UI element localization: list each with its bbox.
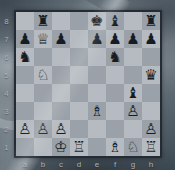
square-g7[interactable]: ♟ [124,30,142,48]
square-b5[interactable]: ♘ [34,66,52,84]
file-label-d: d [70,158,88,170]
square-c8[interactable] [52,12,70,30]
square-b4[interactable] [34,84,52,102]
rank-label-8: 8 [0,12,13,30]
black-pawn-piece: ♟ [144,30,157,48]
rank-labels: 87654321 [0,12,13,156]
square-g5[interactable] [124,66,142,84]
square-a8[interactable] [16,12,34,30]
chess-diagram-screenshot: 87654321 ♜♚♝♜♟♕♟♟♟♟♟♞♞♘♛♝♗♙♙♙♙♙♔♖♗♘♖ abc… [0,0,175,170]
rank-label-1: 1 [0,138,13,156]
white-pawn-piece: ♙ [18,120,31,138]
square-g2[interactable] [124,120,142,138]
white-bishop-piece: ♗ [90,102,103,120]
rank-label-7: 7 [0,30,13,48]
black-pawn-piece: ♟ [18,30,31,48]
square-b3[interactable] [34,102,52,120]
black-bishop-piece: ♝ [108,12,121,30]
square-g6[interactable] [124,48,142,66]
square-h3[interactable] [142,102,160,120]
square-h7[interactable]: ♟ [142,30,160,48]
square-b2[interactable]: ♙ [34,120,52,138]
square-f1[interactable]: ♗ [106,138,124,156]
square-h8[interactable]: ♜ [142,12,160,30]
file-label-a: a [16,158,34,170]
black-rook-piece: ♜ [144,12,157,30]
square-d3[interactable] [70,102,88,120]
black-bishop-piece: ♝ [126,84,139,102]
square-h5[interactable]: ♛ [142,66,160,84]
file-label-h: h [142,158,160,170]
square-a5[interactable] [16,66,34,84]
square-c1[interactable]: ♔ [52,138,70,156]
square-a3[interactable] [16,102,34,120]
file-labels: abcdefgh [16,158,160,170]
square-b6[interactable] [34,48,52,66]
square-d4[interactable] [70,84,88,102]
square-c4[interactable] [52,84,70,102]
square-h6[interactable] [142,48,160,66]
white-knight-piece: ♘ [126,138,139,156]
square-e4[interactable] [88,84,106,102]
white-rook-piece: ♖ [144,138,157,156]
file-label-e: e [88,158,106,170]
square-h2[interactable]: ♙ [142,120,160,138]
rank-label-3: 3 [0,102,13,120]
black-pawn-piece: ♟ [90,30,103,48]
square-d1[interactable]: ♖ [70,138,88,156]
square-e8[interactable]: ♚ [88,12,106,30]
white-rook-piece: ♖ [72,138,85,156]
square-f6[interactable]: ♞ [106,48,124,66]
square-f3[interactable] [106,102,124,120]
rank-label-6: 6 [0,48,13,66]
square-d2[interactable] [70,120,88,138]
black-king-piece: ♚ [90,12,103,30]
square-d7[interactable] [70,30,88,48]
square-b7[interactable]: ♕ [34,30,52,48]
white-bishop-piece: ♗ [108,138,121,156]
black-pawn-piece: ♟ [54,30,67,48]
black-queen-piece: ♛ [144,66,157,84]
black-pawn-piece: ♟ [126,30,139,48]
square-e3[interactable]: ♗ [88,102,106,120]
white-king-piece: ♔ [54,138,67,156]
square-e5[interactable] [88,66,106,84]
square-g4[interactable]: ♝ [124,84,142,102]
square-e6[interactable] [88,48,106,66]
square-c2[interactable]: ♙ [52,120,70,138]
square-g1[interactable]: ♘ [124,138,142,156]
square-g8[interactable] [124,12,142,30]
white-knight-piece: ♘ [36,66,49,84]
white-pawn-piece: ♙ [54,120,67,138]
square-c7[interactable]: ♟ [52,30,70,48]
square-b1[interactable] [34,138,52,156]
square-a4[interactable] [16,84,34,102]
square-c3[interactable] [52,102,70,120]
white-pawn-piece: ♙ [144,120,157,138]
white-pawn-piece: ♙ [126,102,139,120]
white-queen-piece: ♕ [36,30,49,48]
square-f4[interactable] [106,84,124,102]
square-f7[interactable]: ♟ [106,30,124,48]
rank-label-5: 5 [0,66,13,84]
file-label-f: f [106,158,124,170]
square-e2[interactable] [88,120,106,138]
black-knight-piece: ♞ [108,48,121,66]
square-f8[interactable]: ♝ [106,12,124,30]
square-h4[interactable] [142,84,160,102]
square-a7[interactable]: ♟ [16,30,34,48]
file-label-b: b [34,158,52,170]
file-label-g: g [124,158,142,170]
black-pawn-piece: ♟ [108,30,121,48]
square-c6[interactable] [52,48,70,66]
square-a1[interactable] [16,138,34,156]
square-a2[interactable]: ♙ [16,120,34,138]
square-d8[interactable] [70,12,88,30]
chess-board-frame: ♜♚♝♜♟♕♟♟♟♟♟♞♞♘♛♝♗♙♙♙♙♙♔♖♗♘♖ [14,10,162,158]
square-d5[interactable] [70,66,88,84]
square-d6[interactable] [70,48,88,66]
square-c5[interactable] [52,66,70,84]
white-pawn-piece: ♙ [36,120,49,138]
black-knight-piece: ♞ [18,48,31,66]
square-f5[interactable] [106,66,124,84]
square-h1[interactable]: ♖ [142,138,160,156]
board-grid: ♜♚♝♜♟♕♟♟♟♟♟♞♞♘♛♝♗♙♙♙♙♙♔♖♗♘♖ [16,12,160,156]
square-g3[interactable]: ♙ [124,102,142,120]
file-label-c: c [52,158,70,170]
rank-label-4: 4 [0,84,13,102]
black-rook-piece: ♜ [36,12,49,30]
square-e1[interactable] [88,138,106,156]
rank-label-2: 2 [0,120,13,138]
square-e7[interactable]: ♟ [88,30,106,48]
square-f2[interactable] [106,120,124,138]
square-a6[interactable]: ♞ [16,48,34,66]
square-b8[interactable]: ♜ [34,12,52,30]
